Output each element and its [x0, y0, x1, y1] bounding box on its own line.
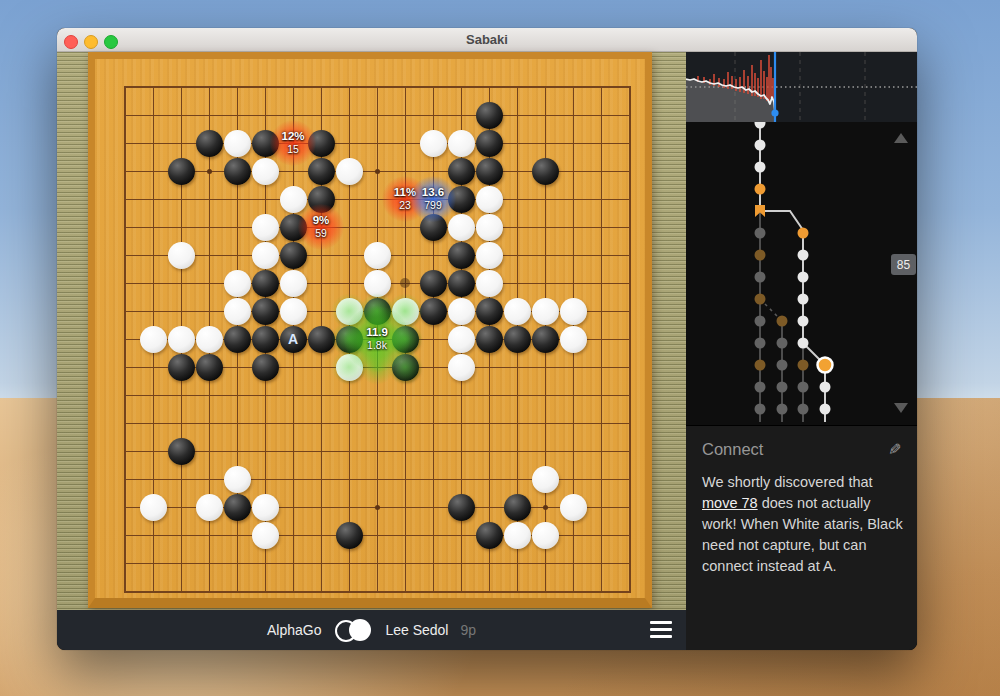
tree-node-gray[interactable] [755, 382, 766, 393]
stone-Q10[interactable] [532, 326, 559, 353]
tree-node-gray[interactable] [755, 228, 766, 239]
stone-C13[interactable] [168, 242, 195, 269]
player-color-toggle[interactable] [333, 618, 373, 642]
stone-N14[interactable] [448, 214, 475, 241]
winrate-graph[interactable] [686, 52, 917, 122]
stone-O11[interactable] [476, 298, 503, 325]
stone-Q16[interactable] [532, 158, 559, 185]
stone-N4[interactable] [448, 494, 475, 521]
stone-C16[interactable] [168, 158, 195, 185]
stone-N17[interactable] [448, 130, 475, 157]
stone-E16[interactable] [224, 158, 251, 185]
stone-P4[interactable] [504, 494, 531, 521]
comment-text: We shortly discovered that move 78 does … [702, 472, 904, 577]
sabaki-window: Sabaki A12%1511%2313.67999%5911.91.8k Al… [57, 28, 917, 650]
stone-M11[interactable] [420, 298, 447, 325]
game-tree[interactable]: 85 [686, 122, 917, 425]
white-stone-icon [349, 619, 371, 641]
stone-F3[interactable] [252, 522, 279, 549]
scroll-down-icon[interactable] [894, 403, 908, 413]
star-point-Q4 [543, 505, 548, 510]
tree-node-brown[interactable] [777, 316, 788, 327]
stone-N10[interactable] [448, 326, 475, 353]
stone-C6[interactable] [168, 438, 195, 465]
stone-G15[interactable] [280, 186, 307, 213]
stone-J11[interactable] [336, 298, 363, 325]
game-tree-svg [686, 122, 917, 425]
tree-node-white[interactable] [820, 382, 831, 393]
stone-O15[interactable] [476, 186, 503, 213]
stone-B4[interactable] [140, 494, 167, 521]
tree-node-gray[interactable] [777, 360, 788, 371]
tree-node-white[interactable] [798, 316, 809, 327]
stone-J9[interactable] [336, 354, 363, 381]
stone-O12[interactable] [476, 270, 503, 297]
stone-H16[interactable] [308, 158, 335, 185]
tree-node-brown[interactable] [755, 360, 766, 371]
tree-node-brown[interactable] [755, 294, 766, 305]
stone-K12[interactable] [364, 270, 391, 297]
heat-halo-K9 [359, 349, 395, 385]
tree-node-gray[interactable] [777, 404, 788, 415]
stone-D10[interactable] [196, 326, 223, 353]
stone-H15[interactable] [308, 186, 335, 213]
sidebar: 85 Connect ✎ We shortly discovered that … [686, 52, 917, 650]
stone-F13[interactable] [252, 242, 279, 269]
stone-F9[interactable] [252, 354, 279, 381]
stone-J10[interactable] [336, 326, 363, 353]
star-point-D16 [207, 169, 212, 174]
stone-E11[interactable] [224, 298, 251, 325]
star-point-K10 [375, 337, 380, 342]
stone-P3[interactable] [504, 522, 531, 549]
titlebar[interactable]: Sabaki [57, 28, 917, 52]
tree-node-gray[interactable] [798, 404, 809, 415]
tree-node-gray[interactable] [755, 316, 766, 327]
tree-node-gray[interactable] [755, 338, 766, 349]
tree-node-white[interactable] [798, 250, 809, 261]
menu-button[interactable] [650, 621, 672, 638]
stone-F12[interactable] [252, 270, 279, 297]
stone-R4[interactable] [560, 494, 587, 521]
star-point-K4 [375, 505, 380, 510]
stone-N16[interactable] [448, 158, 475, 185]
stone-G10[interactable]: A [280, 326, 307, 353]
comment-title: Connect [702, 440, 763, 459]
winrate-graph-svg [686, 52, 917, 122]
player-bar: AlphaGo Lee Sedol 9p [57, 610, 686, 650]
stone-N13[interactable] [448, 242, 475, 269]
tree-node-white[interactable] [798, 294, 809, 305]
stone-O14[interactable] [476, 214, 503, 241]
tree-node-white[interactable] [755, 122, 766, 129]
stone-L11[interactable] [392, 298, 419, 325]
comment-panel: Connect ✎ We shortly discovered that mov… [686, 425, 917, 650]
move-number-badge: 85 [891, 254, 916, 275]
stone-F4[interactable] [252, 494, 279, 521]
stone-G12[interactable] [280, 270, 307, 297]
stone-G13[interactable] [280, 242, 307, 269]
stone-E12[interactable] [224, 270, 251, 297]
white-player-name: Lee Sedol [385, 622, 448, 638]
stone-E10[interactable] [224, 326, 251, 353]
analysis-label-L15: 11%23 [377, 186, 433, 212]
tree-node-white[interactable] [755, 162, 766, 173]
stone-E4[interactable] [224, 494, 251, 521]
analysis-heat-L15[interactable] [382, 176, 428, 222]
stone-E17[interactable] [224, 130, 251, 157]
stone-O18[interactable] [476, 102, 503, 129]
stone-F16[interactable] [252, 158, 279, 185]
goban[interactable]: A12%1511%2313.67999%5911.91.8k [88, 52, 652, 608]
stone-N11[interactable] [448, 298, 475, 325]
stone-B10[interactable] [140, 326, 167, 353]
stone-H10[interactable] [308, 326, 335, 353]
tree-node-gray[interactable] [755, 272, 766, 283]
stone-M17[interactable] [420, 130, 447, 157]
stone-M14[interactable] [420, 214, 447, 241]
stone-N12[interactable] [448, 270, 475, 297]
stone-F10[interactable] [252, 326, 279, 353]
stone-G11[interactable] [280, 298, 307, 325]
tree-node-white[interactable] [798, 272, 809, 283]
tree-node-brown[interactable] [798, 360, 809, 371]
board-pane: A12%1511%2313.67999%5911.91.8k [57, 52, 686, 610]
stone-P10[interactable] [504, 326, 531, 353]
stone-Q3[interactable] [532, 522, 559, 549]
stone-O17[interactable] [476, 130, 503, 157]
label-A: A [280, 326, 307, 353]
stone-F14[interactable] [252, 214, 279, 241]
tree-node-gray[interactable] [798, 382, 809, 393]
stone-H17[interactable] [308, 130, 335, 157]
stone-L10[interactable] [392, 326, 419, 353]
tree-node-orange[interactable] [755, 184, 766, 195]
ghost-dot-L12 [400, 278, 410, 288]
tree-node-gray[interactable] [755, 404, 766, 415]
tree-node-gray[interactable] [777, 338, 788, 349]
stone-L9[interactable] [392, 354, 419, 381]
move-78-link[interactable]: move 78 [702, 495, 758, 511]
stone-R11[interactable] [560, 298, 587, 325]
stone-E5[interactable] [224, 466, 251, 493]
tree-node-current[interactable] [818, 358, 833, 373]
stone-C9[interactable] [168, 354, 195, 381]
tree-node-brown[interactable] [755, 250, 766, 261]
stone-G14[interactable] [280, 214, 307, 241]
stone-F11[interactable] [252, 298, 279, 325]
stone-R10[interactable] [560, 326, 587, 353]
stone-C10[interactable] [168, 326, 195, 353]
stone-J16[interactable] [336, 158, 363, 185]
tree-node-white[interactable] [820, 404, 831, 415]
tree-node-gray[interactable] [777, 382, 788, 393]
star-point-K16 [375, 169, 380, 174]
tree-node-white[interactable] [755, 140, 766, 151]
stone-O3[interactable] [476, 522, 503, 549]
stone-M12[interactable] [420, 270, 447, 297]
tree-node-orange[interactable] [798, 228, 809, 239]
stone-O13[interactable] [476, 242, 503, 269]
stones-layer: A12%1511%2313.67999%5911.91.8k [95, 59, 645, 598]
stone-K11[interactable] [364, 298, 391, 325]
stone-D9[interactable] [196, 354, 223, 381]
stone-O10[interactable] [476, 326, 503, 353]
stone-N15[interactable] [448, 186, 475, 213]
stone-N9[interactable] [448, 354, 475, 381]
black-player-name: AlphaGo [267, 622, 321, 638]
stone-F17[interactable] [252, 130, 279, 157]
stone-K13[interactable] [364, 242, 391, 269]
stone-D17[interactable] [196, 130, 223, 157]
stone-P11[interactable] [504, 298, 531, 325]
stone-Q5[interactable] [532, 466, 559, 493]
stone-D4[interactable] [196, 494, 223, 521]
scroll-up-icon[interactable] [894, 133, 908, 143]
edit-comment-icon[interactable]: ✎ [888, 440, 901, 459]
window-title: Sabaki [57, 28, 917, 52]
stone-Q11[interactable] [532, 298, 559, 325]
white-player-rank: 9p [460, 622, 476, 638]
tree-node-white[interactable] [798, 338, 809, 349]
stone-J3[interactable] [336, 522, 363, 549]
stone-O16[interactable] [476, 158, 503, 185]
